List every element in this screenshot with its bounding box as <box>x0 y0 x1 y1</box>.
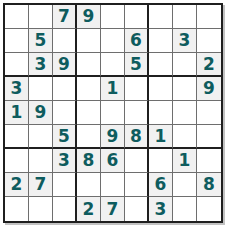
cell-value: 8 <box>83 152 95 169</box>
cell-r7c2[interactable] <box>29 149 53 173</box>
cell-value: 9 <box>203 80 215 97</box>
cell-r4c3[interactable] <box>53 77 77 101</box>
cell-r3c4[interactable] <box>77 53 101 77</box>
cell-value: 5 <box>35 32 47 49</box>
cell-value: 8 <box>203 176 215 193</box>
cell-r1c1[interactable] <box>5 5 29 29</box>
cell-r6c1[interactable] <box>5 125 29 149</box>
cell-r3c8[interactable] <box>173 53 197 77</box>
cell-r4c9: 9 <box>197 77 221 101</box>
cell-r5c7[interactable] <box>149 101 173 125</box>
cell-r8c5[interactable] <box>101 173 125 197</box>
cell-r1c2[interactable] <box>29 5 53 29</box>
cell-r5c9[interactable] <box>197 101 221 125</box>
cell-r8c3[interactable] <box>53 173 77 197</box>
cell-r4c4[interactable] <box>77 77 101 101</box>
cell-r8c6[interactable] <box>125 173 149 197</box>
cell-r5c1: 1 <box>5 101 29 125</box>
cell-value: 6 <box>155 176 167 193</box>
cell-value: 5 <box>58 128 70 145</box>
cell-r7c6[interactable] <box>125 149 149 173</box>
cell-value: 7 <box>107 201 119 218</box>
cell-r7c7[interactable] <box>149 149 173 173</box>
cell-r9c5: 7 <box>101 197 125 221</box>
cell-r5c2: 9 <box>29 101 53 125</box>
cell-value: 3 <box>35 56 47 73</box>
cell-value: 1 <box>155 128 167 145</box>
cell-r9c6[interactable] <box>125 197 149 221</box>
cell-r1c7[interactable] <box>149 5 173 29</box>
cell-r4c1: 3 <box>5 77 29 101</box>
cell-r4c7[interactable] <box>149 77 173 101</box>
cell-r1c4: 9 <box>77 5 101 29</box>
cell-r2c6: 6 <box>125 29 149 53</box>
cell-value: 5 <box>130 56 142 73</box>
cell-value: 9 <box>83 8 95 25</box>
cell-value: 9 <box>58 56 70 73</box>
cell-r6c3: 5 <box>53 125 77 149</box>
cell-value: 3 <box>155 201 167 218</box>
cell-r2c2: 5 <box>29 29 53 53</box>
cell-r6c5: 9 <box>101 125 125 149</box>
cell-r6c8[interactable] <box>173 125 197 149</box>
cell-r5c5[interactable] <box>101 101 125 125</box>
cell-r5c4[interactable] <box>77 101 101 125</box>
cell-value: 1 <box>11 104 23 121</box>
cell-r2c5[interactable] <box>101 29 125 53</box>
cell-r8c1: 2 <box>5 173 29 197</box>
cell-r3c2: 3 <box>29 53 53 77</box>
cell-value: 2 <box>203 56 215 73</box>
cell-r6c2[interactable] <box>29 125 53 149</box>
cell-r7c9[interactable] <box>197 149 221 173</box>
cell-r7c1[interactable] <box>5 149 29 173</box>
cell-r8c8[interactable] <box>173 173 197 197</box>
cell-r5c6[interactable] <box>125 101 149 125</box>
cell-r9c3[interactable] <box>53 197 77 221</box>
cell-r9c9[interactable] <box>197 197 221 221</box>
cell-r8c4[interactable] <box>77 173 101 197</box>
cell-r2c1[interactable] <box>5 29 29 53</box>
cell-r3c3: 9 <box>53 53 77 77</box>
cell-value: 6 <box>107 152 119 169</box>
cell-value: 1 <box>179 152 191 169</box>
cell-value: 3 <box>58 152 70 169</box>
cell-r2c3[interactable] <box>53 29 77 53</box>
cell-r3c6: 5 <box>125 53 149 77</box>
cell-r7c8: 1 <box>173 149 197 173</box>
cell-value: 1 <box>107 80 119 97</box>
cell-value: 3 <box>11 80 23 97</box>
cell-r1c3: 7 <box>53 5 77 29</box>
cell-r7c5: 6 <box>101 149 125 173</box>
cell-r8c9: 8 <box>197 173 221 197</box>
cell-r6c6: 8 <box>125 125 149 149</box>
sudoku-board: 79563395231919598138612768273 <box>3 3 223 223</box>
cell-r3c9: 2 <box>197 53 221 77</box>
cell-r2c4[interactable] <box>77 29 101 53</box>
cell-value: 9 <box>107 128 119 145</box>
cell-r2c8: 3 <box>173 29 197 53</box>
cell-r7c4: 8 <box>77 149 101 173</box>
cell-r6c4[interactable] <box>77 125 101 149</box>
cell-r6c9[interactable] <box>197 125 221 149</box>
cell-r9c8[interactable] <box>173 197 197 221</box>
cell-r9c4: 2 <box>77 197 101 221</box>
cell-r1c6[interactable] <box>125 5 149 29</box>
cell-value: 2 <box>11 176 23 193</box>
cell-r4c2[interactable] <box>29 77 53 101</box>
cell-r9c1[interactable] <box>5 197 29 221</box>
cell-r1c8[interactable] <box>173 5 197 29</box>
cell-r9c7: 3 <box>149 197 173 221</box>
cell-r9c2[interactable] <box>29 197 53 221</box>
cell-r1c5[interactable] <box>101 5 125 29</box>
cell-value: 2 <box>83 201 95 218</box>
cell-value: 8 <box>130 128 142 145</box>
cell-r1c9[interactable] <box>197 5 221 29</box>
cell-value: 7 <box>35 176 47 193</box>
cell-r5c8[interactable] <box>173 101 197 125</box>
cell-r7c3: 3 <box>53 149 77 173</box>
cell-r4c6[interactable] <box>125 77 149 101</box>
cell-r3c1[interactable] <box>5 53 29 77</box>
cell-r5c3[interactable] <box>53 101 77 125</box>
cell-r2c7[interactable] <box>149 29 173 53</box>
cell-value: 7 <box>58 8 70 25</box>
cell-value: 6 <box>130 32 142 49</box>
cell-r6c7: 1 <box>149 125 173 149</box>
cell-value: 9 <box>35 104 47 121</box>
cell-value: 3 <box>179 32 191 49</box>
cell-r2c9[interactable] <box>197 29 221 53</box>
cell-r4c8[interactable] <box>173 77 197 101</box>
cell-r3c5[interactable] <box>101 53 125 77</box>
cell-r4c5: 1 <box>101 77 125 101</box>
cell-r3c7[interactable] <box>149 53 173 77</box>
cell-r8c2: 7 <box>29 173 53 197</box>
cell-r8c7: 6 <box>149 173 173 197</box>
